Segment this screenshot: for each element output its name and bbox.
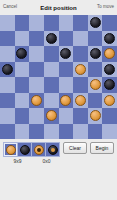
checkers-board	[0, 15, 117, 139]
white-man[interactable]	[104, 95, 115, 106]
square-c6r0[interactable]	[88, 15, 103, 31]
square-c1r6[interactable]	[15, 108, 30, 124]
square-c0r0[interactable]	[0, 15, 15, 31]
square-c5r6[interactable]	[73, 108, 88, 124]
black-king-crown-icon	[51, 148, 55, 152]
square-c7r0[interactable]	[102, 15, 117, 31]
black-man[interactable]	[90, 17, 101, 28]
clear-button[interactable]: Clear	[63, 142, 87, 154]
square-c3r7[interactable]	[44, 124, 59, 140]
top-bar: Cancel To move	[0, 0, 117, 15]
men-count-label: 9x9	[3, 158, 32, 164]
square-c3r4[interactable]	[44, 77, 59, 93]
square-c7r3[interactable]	[102, 62, 117, 78]
square-c6r7[interactable]	[88, 124, 103, 140]
white-man-icon	[6, 145, 16, 155]
square-c4r3[interactable]	[59, 62, 74, 78]
piece-counts: 9x9 0x0	[3, 158, 63, 164]
white-man[interactable]	[104, 48, 115, 59]
square-c0r2[interactable]	[0, 46, 15, 62]
white-man[interactable]	[75, 64, 86, 75]
square-c7r5[interactable]	[102, 93, 117, 109]
square-c0r3[interactable]	[0, 62, 15, 78]
square-c1r0[interactable]	[15, 15, 30, 31]
begin-button[interactable]: Begin	[90, 142, 114, 154]
square-c5r3[interactable]	[73, 62, 88, 78]
black-man[interactable]	[46, 33, 57, 44]
black-man[interactable]	[90, 48, 101, 59]
square-c3r1[interactable]	[44, 31, 59, 47]
black-man[interactable]	[104, 79, 115, 90]
white-man[interactable]	[31, 95, 42, 106]
square-c6r6[interactable]	[88, 108, 103, 124]
square-c4r4[interactable]	[59, 77, 74, 93]
select-white-king-tile[interactable]	[32, 143, 45, 156]
square-c5r1[interactable]	[73, 31, 88, 47]
square-c5r2[interactable]	[73, 46, 88, 62]
kings-count-label: 0x0	[32, 158, 61, 164]
select-white-man-tile[interactable]	[4, 143, 17, 156]
square-c0r5[interactable]	[0, 93, 15, 109]
square-c1r7[interactable]	[15, 124, 30, 140]
square-c5r0[interactable]	[73, 15, 88, 31]
square-c6r1[interactable]	[88, 31, 103, 47]
square-c0r6[interactable]	[0, 108, 15, 124]
square-c6r3[interactable]	[88, 62, 103, 78]
square-c5r4[interactable]	[73, 77, 88, 93]
square-c4r1[interactable]	[59, 31, 74, 47]
square-c1r4[interactable]	[15, 77, 30, 93]
square-c3r2[interactable]	[44, 46, 59, 62]
square-c6r4[interactable]	[88, 77, 103, 93]
square-c1r1[interactable]	[15, 31, 30, 47]
square-c2r3[interactable]	[29, 62, 44, 78]
square-c2r4[interactable]	[29, 77, 44, 93]
square-c4r5[interactable]	[59, 93, 74, 109]
black-man[interactable]	[16, 48, 27, 59]
square-c3r3[interactable]	[44, 62, 59, 78]
white-king-crown-icon	[37, 148, 41, 152]
black-man[interactable]	[2, 64, 13, 75]
square-c7r4[interactable]	[102, 77, 117, 93]
square-c2r1[interactable]	[29, 31, 44, 47]
square-c0r4[interactable]	[0, 77, 15, 93]
square-c5r5[interactable]	[73, 93, 88, 109]
square-c4r2[interactable]	[59, 46, 74, 62]
square-c2r2[interactable]	[29, 46, 44, 62]
square-c7r7[interactable]	[102, 124, 117, 140]
square-c7r6[interactable]	[102, 108, 117, 124]
white-man[interactable]	[75, 95, 86, 106]
action-buttons: Clear Begin	[63, 142, 114, 154]
square-c4r0[interactable]	[59, 15, 74, 31]
bottom-panel: 9x9 0x0 Clear Begin	[0, 139, 117, 200]
square-c3r6[interactable]	[44, 108, 59, 124]
select-black-king-tile[interactable]	[46, 143, 59, 156]
square-c0r1[interactable]	[0, 31, 15, 47]
white-man[interactable]	[90, 79, 101, 90]
square-c3r0[interactable]	[44, 15, 59, 31]
square-c0r7[interactable]	[0, 124, 15, 140]
square-c7r2[interactable]	[102, 46, 117, 62]
black-man[interactable]	[60, 48, 71, 59]
select-black-man-tile[interactable]	[18, 143, 31, 156]
square-c2r6[interactable]	[29, 108, 44, 124]
white-man[interactable]	[60, 95, 71, 106]
piece-selector-tray	[3, 142, 60, 157]
square-c1r5[interactable]	[15, 93, 30, 109]
square-c2r5[interactable]	[29, 93, 44, 109]
square-c6r2[interactable]	[88, 46, 103, 62]
square-c3r5[interactable]	[44, 93, 59, 109]
edit-position-screen: Cancel To move Edit position 9x9 0x0	[0, 0, 117, 200]
square-c4r7[interactable]	[59, 124, 74, 140]
square-c1r2[interactable]	[15, 46, 30, 62]
square-c4r6[interactable]	[59, 108, 74, 124]
square-c5r7[interactable]	[73, 124, 88, 140]
cancel-button[interactable]: Cancel	[3, 5, 17, 10]
square-c2r7[interactable]	[29, 124, 44, 140]
black-man[interactable]	[104, 64, 115, 75]
white-man[interactable]	[90, 110, 101, 121]
square-c6r5[interactable]	[88, 93, 103, 109]
white-man[interactable]	[46, 110, 57, 121]
square-c2r0[interactable]	[29, 15, 44, 31]
square-c1r3[interactable]	[15, 62, 30, 78]
black-man[interactable]	[104, 33, 115, 44]
to-move-button[interactable]: To move	[97, 5, 114, 10]
black-man-icon	[20, 145, 30, 155]
square-c7r1[interactable]	[102, 31, 117, 47]
